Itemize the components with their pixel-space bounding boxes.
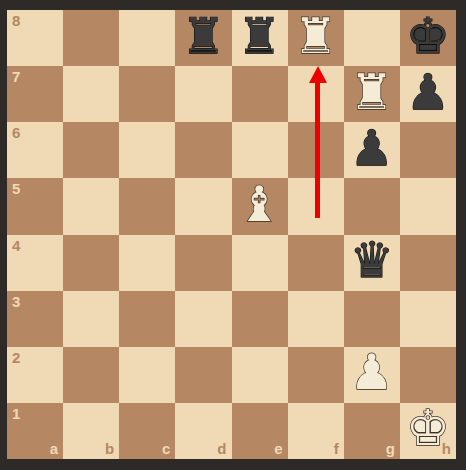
board-frame: 8♜♜♜♚7♜♟6♟5♝4♛32♟1abcdefg♚h	[0, 0, 466, 470]
square-h1[interactable]: ♚h	[400, 403, 456, 459]
square-c3[interactable]	[119, 291, 175, 347]
square-b4[interactable]	[63, 235, 119, 291]
square-c8[interactable]	[119, 10, 175, 66]
square-b1[interactable]: b	[63, 403, 119, 459]
square-b3[interactable]	[63, 291, 119, 347]
file-label-d: d	[217, 441, 226, 456]
square-a1[interactable]: 1a	[7, 403, 63, 459]
square-b2[interactable]	[63, 347, 119, 403]
square-a6[interactable]: 6	[7, 122, 63, 178]
square-c5[interactable]	[119, 178, 175, 234]
square-g3[interactable]	[344, 291, 400, 347]
piece-black-king-h8[interactable]: ♚	[406, 12, 450, 61]
square-d3[interactable]	[175, 291, 231, 347]
square-h8[interactable]: ♚	[400, 10, 456, 66]
square-d8[interactable]: ♜	[175, 10, 231, 66]
square-e8[interactable]: ♜	[232, 10, 288, 66]
square-h7[interactable]: ♟	[400, 66, 456, 122]
piece-black-pawn-g6[interactable]: ♟	[350, 124, 394, 173]
square-c2[interactable]	[119, 347, 175, 403]
piece-white-rook-g7[interactable]: ♜	[350, 68, 394, 117]
square-g6[interactable]: ♟	[344, 122, 400, 178]
square-d5[interactable]	[175, 178, 231, 234]
piece-white-bishop-e5[interactable]: ♝	[238, 180, 282, 229]
square-c7[interactable]	[119, 66, 175, 122]
square-d6[interactable]	[175, 122, 231, 178]
square-a2[interactable]: 2	[7, 347, 63, 403]
file-label-b: b	[105, 441, 114, 456]
piece-black-rook-e8[interactable]: ♜	[238, 12, 282, 61]
square-g4[interactable]: ♛	[344, 235, 400, 291]
square-h3[interactable]	[400, 291, 456, 347]
square-d2[interactable]	[175, 347, 231, 403]
piece-black-pawn-h7[interactable]: ♟	[406, 68, 450, 117]
square-a7[interactable]: 7	[7, 66, 63, 122]
file-label-f: f	[334, 441, 339, 456]
square-e3[interactable]	[232, 291, 288, 347]
square-g5[interactable]	[344, 178, 400, 234]
piece-black-rook-d8[interactable]: ♜	[181, 12, 225, 61]
rank-label-5: 5	[12, 181, 20, 196]
square-f2[interactable]	[288, 347, 344, 403]
square-e1[interactable]: e	[232, 403, 288, 459]
square-c4[interactable]	[119, 235, 175, 291]
chess-board: 8♜♜♜♚7♜♟6♟5♝4♛32♟1abcdefg♚h	[7, 10, 456, 459]
square-h6[interactable]	[400, 122, 456, 178]
square-g1[interactable]: g	[344, 403, 400, 459]
square-g8[interactable]	[344, 10, 400, 66]
rank-label-2: 2	[12, 350, 20, 365]
square-h4[interactable]	[400, 235, 456, 291]
square-e4[interactable]	[232, 235, 288, 291]
piece-white-rook-f8[interactable]: ♜	[294, 12, 338, 61]
file-label-a: a	[50, 441, 58, 456]
square-e2[interactable]	[232, 347, 288, 403]
square-a5[interactable]: 5	[7, 178, 63, 234]
square-a8[interactable]: 8	[7, 10, 63, 66]
square-h5[interactable]	[400, 178, 456, 234]
piece-black-queen-g4[interactable]: ♛	[350, 236, 394, 285]
file-label-e: e	[274, 441, 282, 456]
square-d1[interactable]: d	[175, 403, 231, 459]
square-d7[interactable]	[175, 66, 231, 122]
square-e7[interactable]	[232, 66, 288, 122]
square-e5[interactable]: ♝	[232, 178, 288, 234]
square-a4[interactable]: 4	[7, 235, 63, 291]
square-f3[interactable]	[288, 291, 344, 347]
square-b8[interactable]	[63, 10, 119, 66]
file-label-g: g	[386, 441, 395, 456]
square-g7[interactable]: ♜	[344, 66, 400, 122]
square-f8[interactable]: ♜	[288, 10, 344, 66]
move-arrow-head	[309, 66, 327, 83]
move-arrow-shaft	[315, 80, 320, 218]
rank-label-7: 7	[12, 69, 20, 84]
square-b5[interactable]	[63, 178, 119, 234]
rank-label-3: 3	[12, 294, 20, 309]
rank-label-4: 4	[12, 238, 20, 253]
rank-label-6: 6	[12, 125, 20, 140]
square-b6[interactable]	[63, 122, 119, 178]
rank-label-1: 1	[12, 406, 20, 421]
square-d4[interactable]	[175, 235, 231, 291]
square-f4[interactable]	[288, 235, 344, 291]
rank-label-8: 8	[12, 13, 20, 28]
file-label-c: c	[162, 441, 170, 456]
piece-white-king-h1[interactable]: ♚	[406, 404, 450, 453]
square-h2[interactable]	[400, 347, 456, 403]
square-g2[interactable]: ♟	[344, 347, 400, 403]
piece-white-pawn-g2[interactable]: ♟	[350, 348, 394, 397]
square-c6[interactable]	[119, 122, 175, 178]
square-b7[interactable]	[63, 66, 119, 122]
square-e6[interactable]	[232, 122, 288, 178]
square-c1[interactable]: c	[119, 403, 175, 459]
square-f1[interactable]: f	[288, 403, 344, 459]
square-a3[interactable]: 3	[7, 291, 63, 347]
